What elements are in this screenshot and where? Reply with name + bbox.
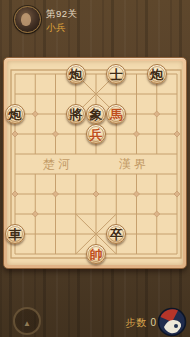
player-rank-label: 小兵 — [46, 22, 66, 35]
piece-red-soldier[interactable]: 兵 — [86, 124, 106, 144]
piece-black-elephant[interactable]: 象 — [86, 104, 106, 124]
piece-black-cannon[interactable]: 炮 — [147, 64, 167, 84]
piece-glyph: 兵 — [90, 127, 103, 142]
piece-glyph: 炮 — [69, 67, 82, 82]
board-field — [7, 61, 183, 265]
piece-glyph: 炮 — [9, 107, 22, 122]
game-screen: 第92关 小兵 楚河 漢界 炮士炮炮將象馬兵車卒帥 ▲ 步数0 — [0, 0, 190, 337]
app-logo-icon — [157, 307, 187, 337]
piece-glyph: 將 — [69, 107, 82, 122]
piece-glyph: 帥 — [90, 247, 103, 262]
piece-black-chariot[interactable]: 車 — [5, 224, 25, 244]
steps-value: 0 — [150, 317, 156, 328]
steps-label: 步数 — [125, 317, 147, 328]
home-button[interactable]: ▲ — [13, 307, 41, 335]
piece-glyph: 馬 — [110, 107, 123, 122]
up-arrow-icon: ▲ — [23, 319, 31, 328]
piece-glyph: 士 — [110, 67, 123, 82]
level-label: 第92关 — [46, 8, 78, 21]
piece-glyph: 炮 — [150, 67, 163, 82]
move-counter: 步数0 — [112, 316, 156, 330]
piece-black-cannon[interactable]: 炮 — [66, 64, 86, 84]
piece-black-cannon[interactable]: 炮 — [5, 104, 25, 124]
piece-glyph: 象 — [90, 107, 103, 122]
xiangqi-board[interactable]: 楚河 漢界 炮士炮炮將象馬兵車卒帥 — [3, 57, 187, 269]
player-avatar[interactable] — [14, 6, 41, 33]
piece-glyph: 車 — [9, 227, 22, 242]
piece-red-general[interactable]: 帥 — [86, 244, 106, 264]
piece-glyph: 卒 — [110, 227, 123, 242]
top-bar: 第92关 小兵 — [0, 0, 190, 44]
piece-black-general[interactable]: 將 — [66, 104, 86, 124]
